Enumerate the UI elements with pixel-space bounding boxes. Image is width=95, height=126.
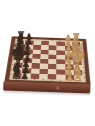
square-e2 <box>64 59 72 64</box>
chess-board: 87654321 87654321 abcdefgh abcdefgh <box>4 36 90 85</box>
coord-label: g <box>83 71 85 73</box>
square-h3 <box>56 74 65 80</box>
square-e1 <box>73 59 82 64</box>
square-h6 <box>30 73 39 79</box>
board-squares <box>12 40 82 80</box>
square-g8 <box>13 67 22 72</box>
square-f3 <box>56 64 65 69</box>
coord-label: c <box>13 50 15 52</box>
square-e7 <box>23 58 32 63</box>
square-f2 <box>64 64 73 69</box>
square-g5 <box>39 68 48 73</box>
clasp <box>56 86 59 90</box>
coord-label: e <box>12 59 14 61</box>
square-f5 <box>39 63 48 68</box>
square-h8 <box>12 72 21 78</box>
coord-label: f <box>11 64 12 66</box>
square-g1 <box>73 69 82 74</box>
coord-label: g <box>10 69 12 71</box>
coord-label: d <box>81 57 83 59</box>
square-d5 <box>40 54 48 59</box>
square-h7 <box>21 72 30 78</box>
coord-label: e <box>82 61 84 63</box>
square-h5 <box>38 73 47 79</box>
square-d6 <box>31 53 40 58</box>
coord-label: d <box>13 54 15 56</box>
square-h4 <box>47 73 56 79</box>
square-g6 <box>30 68 39 73</box>
product-photo[interactable]: 87654321 87654321 abcdefgh abcdefgh ♜♟♟♜… <box>0 0 95 126</box>
square-f1 <box>73 64 82 69</box>
square-g7 <box>21 67 30 72</box>
square-f8 <box>13 62 22 67</box>
square-d3 <box>56 54 64 59</box>
square-e4 <box>48 59 56 64</box>
square-f4 <box>47 63 56 68</box>
square-e8 <box>14 57 23 62</box>
coord-label: h <box>83 76 85 78</box>
square-g4 <box>47 68 56 73</box>
square-e6 <box>31 58 40 63</box>
coord-label: a <box>80 43 82 44</box>
square-e5 <box>39 58 48 63</box>
chess-set: 87654321 87654321 abcdefgh abcdefgh ♜♟♟♜… <box>1 26 94 95</box>
square-f7 <box>22 62 31 67</box>
square-h2 <box>65 74 74 80</box>
square-g2 <box>64 69 73 74</box>
coord-label: a <box>15 41 17 42</box>
square-d4 <box>48 54 56 59</box>
square-g3 <box>56 69 65 74</box>
coord-label: c <box>81 52 83 54</box>
coord-label: f <box>83 66 84 68</box>
coord-label: b <box>14 45 16 46</box>
square-f6 <box>30 63 39 68</box>
square-e3 <box>56 59 64 64</box>
coord-label: b <box>81 48 83 49</box>
square-h1 <box>73 74 82 80</box>
square-d8 <box>15 53 24 58</box>
coord-label: h <box>9 74 11 76</box>
